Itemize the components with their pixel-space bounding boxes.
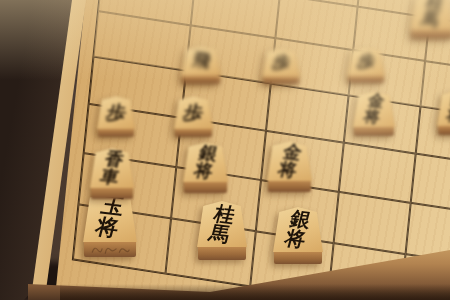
shogi-piece-pawn-9g: 歩 xyxy=(96,96,136,137)
shogi-piece-gold-7h: 金将 xyxy=(266,141,313,192)
shogi-piece-knight-5e: 桂馬 xyxy=(409,0,450,39)
piece-wood-side xyxy=(268,181,311,192)
piece-kanji: 車 xyxy=(98,167,121,187)
piece-wood-side xyxy=(438,126,450,135)
shogi-piece-rook-8f: 飛 xyxy=(180,46,222,84)
piece-kanji: 将 xyxy=(192,161,215,181)
piece-kanji: 将 xyxy=(276,160,299,180)
piece-kanji: 馬 xyxy=(207,223,232,245)
shogi-piece-gold-6g: 金将 xyxy=(352,91,396,136)
piece-wood-side xyxy=(182,76,221,84)
piece-kanji: 歩 xyxy=(270,53,291,72)
piece-kanji: 馬 xyxy=(419,10,440,29)
maker-signature xyxy=(88,244,131,256)
piece-wood-side xyxy=(84,242,136,257)
piece-wood-side xyxy=(198,247,246,260)
shogi-piece-knight-8i: 桂馬 xyxy=(196,201,248,260)
piece-wood-side xyxy=(91,188,133,199)
piece-wood-side xyxy=(263,77,300,84)
shogi-piece-silver-7i: 銀将 xyxy=(272,207,324,264)
shogi-piece-edge-5g: 銀将 xyxy=(436,90,450,135)
piece-kanji: 飛 xyxy=(190,52,211,71)
piece-wood-side xyxy=(274,252,322,264)
piece-kanji: 将 xyxy=(445,107,450,125)
piece-wood-side xyxy=(184,182,227,193)
piece-wood-side xyxy=(98,129,135,137)
piece-wood-side xyxy=(348,76,385,83)
piece-kanji: 将 xyxy=(93,216,121,241)
shogi-piece-king-9i: 玉将 xyxy=(82,192,138,257)
board-front-shadow xyxy=(60,284,450,300)
piece-wood-side xyxy=(411,30,450,39)
shogi-piece-pawn-6f: 歩 xyxy=(346,47,386,83)
piece-kanji: 将 xyxy=(283,228,308,250)
shogi-photo-scene: 玉将桂馬銀将香車銀将金将歩歩金将飛歩歩桂馬銀将 xyxy=(0,0,450,300)
piece-kanji: 歩 xyxy=(182,102,206,123)
piece-kanji: 歩 xyxy=(355,52,376,71)
shogi-piece-pawn-8g: 歩 xyxy=(173,96,214,137)
piece-kanji: 将 xyxy=(362,108,382,126)
piece-wood-side xyxy=(175,129,213,137)
shogi-piece-pawn-7f: 歩 xyxy=(261,48,301,84)
shogi-piece-silver-8h: 銀将 xyxy=(182,142,229,193)
piece-kanji: 歩 xyxy=(104,102,128,123)
piece-wood-side xyxy=(354,127,394,136)
shogi-piece-lance-9h: 香車 xyxy=(89,148,135,199)
